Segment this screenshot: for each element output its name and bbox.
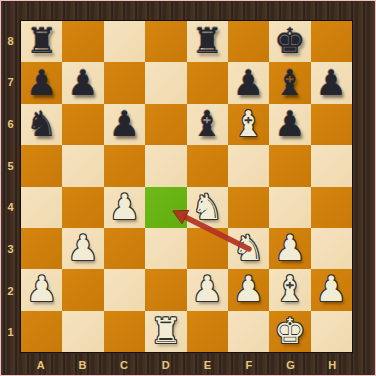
square-d6[interactable] [145, 104, 186, 145]
square-e7[interactable] [187, 62, 228, 103]
square-d2[interactable] [145, 269, 186, 310]
black-pawn-piece[interactable]: ♟ [274, 107, 305, 142]
square-c1[interactable] [104, 311, 145, 352]
square-c8[interactable] [104, 21, 145, 62]
square-f7[interactable]: ♟ [228, 62, 269, 103]
rank-label-5: 5 [1, 145, 20, 187]
square-f8[interactable] [228, 21, 269, 62]
file-label-g: G [270, 353, 312, 376]
square-e4[interactable]: ♞ [187, 187, 228, 228]
square-e3[interactable] [187, 228, 228, 269]
square-a2[interactable]: ♟ [21, 269, 62, 310]
square-f6[interactable]: ♝ [228, 104, 269, 145]
square-g3[interactable]: ♟ [269, 228, 310, 269]
square-d1[interactable]: ♜ [145, 311, 186, 352]
square-h1[interactable] [311, 311, 352, 352]
file-label-d: D [145, 353, 187, 376]
square-f4[interactable] [228, 187, 269, 228]
square-b4[interactable] [62, 187, 103, 228]
square-b2[interactable] [62, 269, 103, 310]
square-f3[interactable]: ♞ [228, 228, 269, 269]
square-a5[interactable] [21, 145, 62, 186]
square-a8[interactable]: ♜ [21, 21, 62, 62]
rank-label-2: 2 [1, 270, 20, 312]
square-e1[interactable] [187, 311, 228, 352]
black-bishop-piece[interactable]: ♝ [191, 107, 222, 142]
white-bishop-piece[interactable]: ♝ [274, 272, 305, 307]
white-pawn-piece[interactable]: ♟ [274, 231, 305, 266]
square-h2[interactable]: ♟ [311, 269, 352, 310]
file-label-a: A [20, 353, 62, 376]
square-e5[interactable] [187, 145, 228, 186]
square-d4[interactable] [145, 187, 186, 228]
square-a1[interactable] [21, 311, 62, 352]
black-pawn-piece[interactable]: ♟ [109, 107, 140, 142]
square-f5[interactable] [228, 145, 269, 186]
rank-label-8: 8 [1, 20, 20, 62]
square-g7[interactable]: ♝ [269, 62, 310, 103]
square-c4[interactable]: ♟ [104, 187, 145, 228]
white-knight-piece[interactable]: ♞ [191, 190, 222, 225]
square-b7[interactable]: ♟ [62, 62, 103, 103]
square-d3[interactable] [145, 228, 186, 269]
square-b1[interactable] [62, 311, 103, 352]
square-b3[interactable]: ♟ [62, 228, 103, 269]
square-c3[interactable] [104, 228, 145, 269]
file-label-c: C [103, 353, 145, 376]
square-c6[interactable]: ♟ [104, 104, 145, 145]
square-b8[interactable] [62, 21, 103, 62]
square-c5[interactable] [104, 145, 145, 186]
file-label-h: H [311, 353, 353, 376]
white-pawn-piece[interactable]: ♟ [233, 272, 264, 307]
square-b6[interactable] [62, 104, 103, 145]
square-g2[interactable]: ♝ [269, 269, 310, 310]
square-c2[interactable] [104, 269, 145, 310]
square-c7[interactable] [104, 62, 145, 103]
chess-board-frame: 87654321 ♜♜♚♟♟♟♝♟♞♟♝♝♟♟♞♟♞♟♟♟♟♝♟♜♚ ABCDE… [0, 0, 376, 376]
rank-label-7: 7 [1, 62, 20, 104]
square-h4[interactable] [311, 187, 352, 228]
black-pawn-piece[interactable]: ♟ [233, 66, 264, 101]
square-e2[interactable]: ♟ [187, 269, 228, 310]
white-pawn-piece[interactable]: ♟ [191, 272, 222, 307]
square-e8[interactable]: ♜ [187, 21, 228, 62]
square-a7[interactable]: ♟ [21, 62, 62, 103]
square-h7[interactable]: ♟ [311, 62, 352, 103]
square-d8[interactable] [145, 21, 186, 62]
square-g1[interactable]: ♚ [269, 311, 310, 352]
square-f2[interactable]: ♟ [228, 269, 269, 310]
white-rook-piece[interactable]: ♜ [150, 314, 181, 349]
file-labels: ABCDEFGH [20, 353, 353, 376]
square-g4[interactable] [269, 187, 310, 228]
white-king-piece[interactable]: ♚ [274, 314, 305, 349]
square-d5[interactable] [145, 145, 186, 186]
square-b5[interactable] [62, 145, 103, 186]
black-rook-piece[interactable]: ♜ [191, 24, 222, 59]
square-g8[interactable]: ♚ [269, 21, 310, 62]
white-bishop-piece[interactable]: ♝ [233, 107, 264, 142]
rank-label-3: 3 [1, 228, 20, 270]
black-pawn-piece[interactable]: ♟ [26, 66, 57, 101]
rank-label-4: 4 [1, 187, 20, 229]
white-pawn-piece[interactable]: ♟ [67, 231, 98, 266]
square-h8[interactable] [311, 21, 352, 62]
black-bishop-piece[interactable]: ♝ [274, 66, 305, 101]
rank-labels: 87654321 [1, 20, 20, 353]
rank-label-6: 6 [1, 103, 20, 145]
square-g6[interactable]: ♟ [269, 104, 310, 145]
square-e6[interactable]: ♝ [187, 104, 228, 145]
square-h5[interactable] [311, 145, 352, 186]
square-d7[interactable] [145, 62, 186, 103]
white-pawn-piece[interactable]: ♟ [109, 190, 140, 225]
square-h6[interactable] [311, 104, 352, 145]
black-king-piece[interactable]: ♚ [274, 24, 305, 59]
white-knight-piece[interactable]: ♞ [233, 231, 264, 266]
file-label-f: F [228, 353, 270, 376]
board: ♜♜♚♟♟♟♝♟♞♟♝♝♟♟♞♟♞♟♟♟♟♝♟♜♚ [20, 20, 353, 353]
file-label-b: B [62, 353, 104, 376]
white-pawn-piece[interactable]: ♟ [26, 272, 57, 307]
file-label-e: E [187, 353, 229, 376]
rank-label-1: 1 [1, 311, 20, 353]
square-g5[interactable] [269, 145, 310, 186]
black-rook-piece[interactable]: ♜ [26, 24, 57, 59]
square-a4[interactable] [21, 187, 62, 228]
black-knight-piece[interactable]: ♞ [26, 107, 57, 142]
black-pawn-piece[interactable]: ♟ [316, 66, 347, 101]
square-h3[interactable] [311, 228, 352, 269]
white-pawn-piece[interactable]: ♟ [316, 272, 347, 307]
square-a6[interactable]: ♞ [21, 104, 62, 145]
square-f1[interactable] [228, 311, 269, 352]
square-a3[interactable] [21, 228, 62, 269]
black-pawn-piece[interactable]: ♟ [67, 66, 98, 101]
